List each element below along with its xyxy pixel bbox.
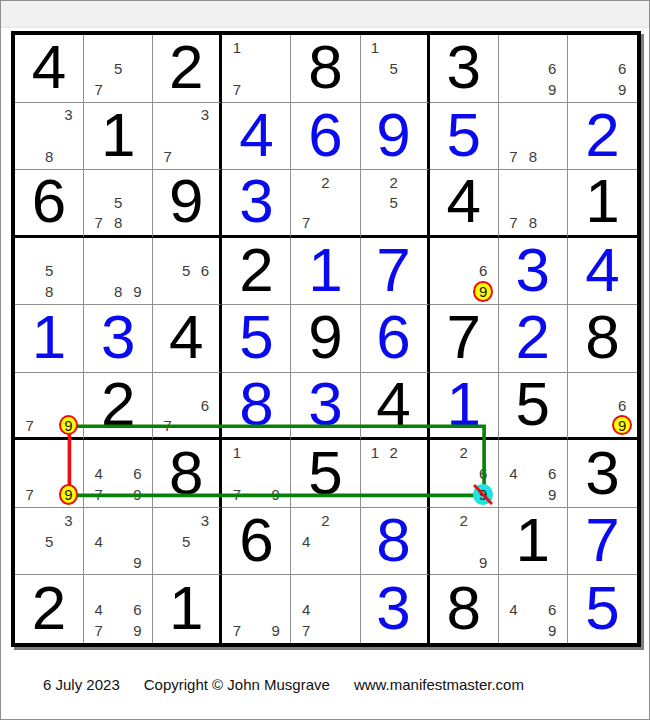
cell-r2c1[interactable]: 38 (15, 103, 84, 171)
candidates-r2c1: 38 (15, 103, 83, 170)
candidate-r7c4-7: 7 (227, 484, 246, 505)
candidate-slot-empty (20, 375, 39, 395)
candidate-slot-empty (108, 599, 127, 620)
cell-r5c4[interactable]: 5 (222, 305, 291, 373)
digit-r5c3: 4 (169, 306, 203, 368)
candidates-r7c7: 269 (430, 440, 498, 507)
cell-r6c7[interactable]: 1 (430, 373, 499, 441)
candidates-r1c9: 69 (568, 35, 637, 102)
cell-r6c5[interactable]: 3 (291, 373, 360, 441)
cell-r2c5[interactable]: 6 (291, 103, 360, 171)
highlight-circle-r6c1: 9 (59, 415, 78, 435)
candidate-slot-empty (196, 415, 215, 435)
candidate-r3c2-7: 7 (89, 212, 108, 232)
candidate-r7c8-6: 6 (543, 463, 562, 484)
candidates-r1c8: 69 (499, 35, 567, 102)
candidates-r4c3: 56 (153, 238, 219, 305)
candidate-slot-empty (158, 281, 177, 302)
cell-r9c2[interactable]: 4679 (84, 575, 153, 643)
candidate-r9c4-9: 9 (266, 620, 285, 641)
digit-r5c4: 5 (239, 306, 273, 368)
cell-r5c6[interactable]: 6 (361, 305, 430, 373)
candidate-slot-empty (177, 395, 196, 415)
candidate-slot-empty (335, 212, 354, 232)
candidates-r1c4: 17 (222, 35, 290, 102)
window-top-strip (1, 1, 649, 28)
cell-r7c9[interactable]: 3 (568, 440, 637, 508)
candidate-r7c4-9: 9 (266, 484, 285, 505)
cell-r9c4[interactable]: 79 (222, 575, 291, 643)
candidate-slot-empty (523, 192, 542, 212)
cell-r6c9[interactable]: 69 (568, 373, 637, 441)
candidate-slot-empty (108, 463, 127, 484)
candidate-slot-empty (335, 192, 354, 212)
candidate-slot-empty (266, 37, 285, 58)
cell-r2c9[interactable]: 2 (568, 103, 637, 171)
cell-r9c7[interactable]: 8 (430, 575, 499, 643)
digit-r5c7: 7 (446, 306, 480, 368)
candidate-r3c8-7: 7 (504, 212, 523, 232)
candidate-slot-empty (177, 146, 196, 167)
candidate-slot-empty (335, 510, 354, 531)
candidate-slot-empty (523, 484, 542, 505)
candidate-slot-empty (335, 531, 354, 552)
candidate-slot-empty (108, 552, 127, 573)
candidate-slot-empty (128, 240, 147, 261)
candidate-slot-empty (39, 395, 58, 415)
candidate-slot-empty (20, 552, 39, 573)
candidates-r9c2: 4679 (84, 575, 152, 643)
candidate-slot-empty (20, 261, 39, 282)
candidate-slot-empty (366, 463, 385, 484)
cell-r4c1[interactable]: 58 (15, 238, 84, 306)
digit-r2c4: 4 (239, 104, 273, 166)
candidate-slot-empty (523, 463, 542, 484)
cell-r8c7[interactable]: 29 (430, 508, 499, 576)
digit-r2c5: 6 (308, 104, 342, 166)
candidate-r7c7-6: 6 (473, 463, 492, 484)
candidate-slot-empty (20, 463, 39, 484)
candidate-slot-empty (177, 240, 196, 261)
candidate-r9c2-4: 4 (89, 599, 108, 620)
cell-r3c6[interactable]: 25 (361, 170, 430, 238)
candidate-slot-empty (128, 510, 147, 531)
cell-r3c1[interactable]: 6 (15, 170, 84, 238)
candidate-r6c9-6: 6 (612, 395, 632, 415)
candidate-slot-empty (504, 577, 523, 598)
candidate-slot-empty (177, 415, 196, 435)
cell-r9c1[interactable]: 2 (15, 575, 84, 643)
candidate-r7c4-1: 1 (227, 442, 246, 463)
cell-r3c5[interactable]: 27 (291, 170, 360, 238)
candidate-slot-empty (128, 172, 147, 192)
candidate-slot-empty (573, 37, 593, 58)
cell-r1c4[interactable]: 17 (222, 35, 291, 103)
candidate-slot-empty (158, 510, 177, 531)
candidate-slot-empty (335, 172, 354, 192)
candidate-r4c1-8: 8 (39, 281, 58, 302)
candidate-r1c8-6: 6 (543, 58, 562, 79)
candidate-slot-empty (435, 261, 454, 282)
cell-r4c9[interactable]: 4 (568, 238, 637, 306)
candidate-r9c8-9: 9 (543, 620, 562, 641)
candidate-r4c3-5: 5 (177, 261, 196, 282)
candidate-slot-empty (108, 510, 127, 531)
digit-r1c5: 8 (308, 36, 342, 98)
candidate-slot-empty (316, 599, 335, 620)
candidate-slot-empty (593, 37, 613, 58)
cell-r8c5[interactable]: 24 (291, 508, 360, 576)
candidate-r3c5-2: 2 (316, 172, 335, 192)
candidate-r9c5-7: 7 (296, 620, 315, 641)
candidate-r8c7-2: 2 (454, 510, 473, 531)
cell-r8c6[interactable]: 8 (361, 508, 430, 576)
candidate-slot-empty (89, 58, 108, 79)
candidate-r3c6-2: 2 (384, 172, 403, 192)
cell-r9c6[interactable]: 3 (361, 575, 430, 643)
digit-r3c1: 6 (32, 170, 66, 232)
cell-r7c1[interactable]: 79 (15, 440, 84, 508)
digit-r8c6: 8 (376, 509, 410, 571)
digit-r1c3: 2 (169, 36, 203, 98)
candidate-r7c2-6: 6 (128, 463, 147, 484)
digit-r3c4: 3 (239, 170, 273, 232)
digit-r3c3: 9 (169, 170, 203, 232)
candidate-slot-empty (435, 510, 454, 531)
candidate-slot-empty (196, 375, 215, 395)
candidate-slot-empty (227, 599, 246, 620)
candidate-slot-empty (366, 192, 385, 212)
candidate-r1c6-5: 5 (384, 58, 403, 79)
cell-r3c4[interactable]: 3 (222, 170, 291, 238)
candidate-slot-empty (523, 599, 542, 620)
candidates-r4c1: 58 (15, 238, 83, 305)
candidate-slot-empty (543, 577, 562, 598)
cell-r3c7[interactable]: 4 (430, 170, 499, 238)
candidate-slot-empty (316, 577, 335, 598)
cell-r2c3[interactable]: 37 (153, 103, 222, 171)
cell-r2c7[interactable]: 5 (430, 103, 499, 171)
cell-r8c1[interactable]: 35 (15, 508, 84, 576)
digit-r3c9: 1 (585, 170, 619, 232)
candidate-slot-empty (454, 531, 473, 552)
candidate-r4c7-6: 6 (473, 261, 492, 282)
candidate-r2c3-7: 7 (158, 146, 177, 167)
cell-r4c8[interactable]: 3 (499, 238, 568, 306)
candidate-slot-empty (247, 620, 266, 641)
cell-r8c9[interactable]: 7 (568, 508, 637, 576)
candidate-r8c7-9: 9 (473, 552, 492, 573)
cell-r5c3[interactable]: 4 (153, 305, 222, 373)
candidate-r4c1-5: 5 (39, 261, 58, 282)
candidate-slot-empty (435, 463, 454, 484)
cell-r4c4[interactable]: 2 (222, 238, 291, 306)
candidate-slot-empty (177, 125, 196, 146)
cell-r6c8[interactable]: 5 (499, 373, 568, 441)
candidate-slot-empty (177, 375, 196, 395)
candidate-slot-empty (435, 442, 454, 463)
digit-r7c9: 3 (585, 442, 619, 504)
candidates-r6c1: 79 (15, 373, 83, 438)
candidates-r4c7: 69 (430, 238, 498, 305)
candidate-slot-empty (504, 172, 523, 192)
candidates-r2c3: 37 (153, 103, 219, 170)
candidate-slot-empty (266, 463, 285, 484)
candidate-r9c4-7: 7 (227, 620, 246, 641)
cell-r6c6[interactable]: 4 (361, 373, 430, 441)
candidate-slot-empty (543, 212, 562, 232)
candidate-slot-empty (89, 192, 108, 212)
candidates-r8c3: 35 (153, 508, 219, 575)
cell-r7c3[interactable]: 8 (153, 440, 222, 508)
candidate-slot-empty (403, 172, 422, 192)
digit-r6c4: 8 (239, 373, 273, 435)
candidate-slot-empty (316, 620, 335, 641)
digit-r6c7: 1 (446, 373, 480, 435)
candidates-r2c8: 78 (499, 103, 567, 170)
digit-r8c9: 7 (585, 509, 619, 571)
candidate-slot-empty (543, 37, 562, 58)
cell-r1c6[interactable]: 15 (361, 35, 430, 103)
cell-r8c2[interactable]: 49 (84, 508, 153, 576)
cell-r5c9[interactable]: 8 (568, 305, 637, 373)
candidate-slot-empty (158, 125, 177, 146)
candidate-slot-empty (612, 37, 632, 58)
digit-r2c2: 1 (101, 104, 135, 166)
candidate-slot-empty (612, 375, 632, 395)
candidate-slot-empty (573, 395, 593, 415)
digit-r4c6: 7 (376, 239, 410, 301)
candidate-slot-empty (177, 552, 196, 573)
candidate-slot-empty (128, 261, 147, 282)
cell-r5c7[interactable]: 7 (430, 305, 499, 373)
cell-r6c4[interactable]: 8 (222, 373, 291, 441)
cell-r5c8[interactable]: 2 (499, 305, 568, 373)
candidate-slot-empty (39, 125, 58, 146)
candidate-slot-empty (20, 510, 39, 531)
candidate-slot-empty (573, 79, 593, 100)
cell-r9c8[interactable]: 469 (499, 575, 568, 643)
cell-r6c3[interactable]: 67 (153, 373, 222, 441)
cell-r6c1[interactable]: 79 (15, 373, 84, 441)
candidate-slot-empty (227, 577, 246, 598)
cell-r8c8[interactable]: 1 (499, 508, 568, 576)
candidate-slot-empty (335, 552, 354, 573)
cell-r1c2[interactable]: 57 (84, 35, 153, 103)
candidate-slot-empty (59, 395, 78, 415)
cell-r3c8[interactable]: 78 (499, 170, 568, 238)
highlight-circle-r4c7: 9 (473, 281, 492, 302)
candidate-r7c6-1: 1 (366, 442, 385, 463)
candidate-r1c4-1: 1 (227, 37, 246, 58)
candidate-slot-empty (454, 281, 473, 302)
candidate-slot-empty (593, 79, 613, 100)
cell-r5c2[interactable]: 3 (84, 305, 153, 373)
candidate-r9c2-9: 9 (128, 620, 147, 641)
candidate-slot-empty (454, 261, 473, 282)
candidates-r3c8: 78 (499, 170, 567, 235)
candidate-slot-empty (403, 442, 422, 463)
candidate-r7c2-9: 9 (128, 484, 147, 505)
candidate-slot-empty (523, 125, 542, 146)
candidate-slot-empty (89, 510, 108, 531)
candidate-slot-empty (523, 105, 542, 126)
candidate-r6c3-6: 6 (196, 395, 215, 415)
candidates-r3c5: 27 (291, 170, 359, 235)
cell-r9c3[interactable]: 1 (153, 575, 222, 643)
candidate-slot-empty (59, 375, 78, 395)
cell-r1c8[interactable]: 69 (499, 35, 568, 103)
candidate-slot-empty (158, 375, 177, 395)
candidate-slot-empty (384, 37, 403, 58)
candidate-slot-empty (366, 484, 385, 505)
candidates-r8c5: 24 (291, 508, 359, 575)
cell-r6c2[interactable]: 2 (84, 373, 153, 441)
cell-r2c4[interactable]: 4 (222, 103, 291, 171)
candidate-slot-empty (108, 620, 127, 641)
candidates-r1c6: 15 (361, 35, 427, 102)
candidate-slot-empty (247, 484, 266, 505)
digit-r2c9: 2 (585, 104, 619, 166)
candidate-slot-empty (20, 442, 39, 463)
candidate-slot-empty (196, 146, 215, 167)
candidate-slot-empty (435, 552, 454, 573)
candidates-r3c6: 25 (361, 170, 427, 235)
candidate-r1c9-9: 9 (612, 79, 632, 100)
candidate-slot-empty (108, 37, 127, 58)
cell-r8c3[interactable]: 35 (153, 508, 222, 576)
cell-r5c1[interactable]: 1 (15, 305, 84, 373)
digit-r9c1: 2 (32, 577, 66, 639)
candidate-slot-empty (108, 484, 127, 505)
candidate-slot-empty (435, 281, 454, 302)
candidate-slot-empty (573, 375, 593, 395)
candidate-r2c8-8: 8 (523, 146, 542, 167)
digit-r7c5: 5 (308, 442, 342, 504)
candidate-slot-empty (435, 531, 454, 552)
candidate-r8c5-4: 4 (296, 531, 315, 552)
candidate-slot-empty (128, 531, 147, 552)
cell-r7c6[interactable]: 12 (361, 440, 430, 508)
candidate-r7c7-2: 2 (454, 442, 473, 463)
candidate-slot-empty (177, 510, 196, 531)
candidates-r8c2: 49 (84, 508, 152, 575)
cell-r1c3[interactable]: 2 (153, 35, 222, 103)
candidate-slot-empty (473, 442, 492, 463)
cell-r4c5[interactable]: 1 (291, 238, 360, 306)
digit-r9c7: 8 (446, 577, 480, 639)
cell-r7c7[interactable]: 269 (430, 440, 499, 508)
candidate-slot-empty (504, 79, 523, 100)
cell-r4c6[interactable]: 7 (361, 238, 430, 306)
candidate-slot-empty (158, 105, 177, 126)
candidate-slot-empty (523, 58, 542, 79)
cell-r7c4[interactable]: 179 (222, 440, 291, 508)
cell-r7c2[interactable]: 4679 (84, 440, 153, 508)
cell-r2c6[interactable]: 9 (361, 103, 430, 171)
cell-r7c8[interactable]: 469 (499, 440, 568, 508)
candidate-slot-empty (523, 37, 542, 58)
digit-r2c6: 9 (376, 104, 410, 166)
candidate-slot-empty (39, 552, 58, 573)
candidate-slot-empty (20, 125, 39, 146)
candidate-slot-empty (573, 415, 593, 435)
cell-r3c9[interactable]: 1 (568, 170, 637, 238)
candidate-slot-empty (266, 599, 285, 620)
cell-r1c1[interactable]: 4 (15, 35, 84, 103)
candidate-slot-empty (177, 105, 196, 126)
candidate-r6c3-7: 7 (158, 415, 177, 435)
cell-r4c7[interactable]: 69 (430, 238, 499, 306)
candidate-slot-empty (473, 240, 492, 261)
cell-r1c5[interactable]: 8 (291, 35, 360, 103)
candidate-r1c9-6: 6 (612, 58, 632, 79)
cell-r2c2[interactable]: 1 (84, 103, 153, 171)
cell-r9c5[interactable]: 47 (291, 575, 360, 643)
cell-r5c5[interactable]: 9 (291, 305, 360, 373)
candidate-slot-empty (39, 375, 58, 395)
candidates-r7c2: 4679 (84, 440, 152, 507)
candidate-slot-empty (20, 395, 39, 415)
candidate-slot-empty (89, 577, 108, 598)
candidate-r3c2-8: 8 (108, 212, 127, 232)
candidate-r9c2-7: 7 (89, 620, 108, 641)
candidate-r1c2-7: 7 (89, 79, 108, 100)
footer-copyright: Copyright © John Musgrave (144, 676, 330, 693)
footer: 6 July 2023Copyright © John Musgravewww.… (43, 676, 524, 693)
candidate-r8c3-5: 5 (177, 531, 196, 552)
candidate-r3c5-7: 7 (296, 212, 315, 232)
footer-site: www.manifestmaster.com (354, 676, 524, 693)
cell-r2c8[interactable]: 78 (499, 103, 568, 171)
candidate-slot-empty (247, 442, 266, 463)
candidates-r7c4: 179 (222, 440, 290, 507)
cell-r1c9[interactable]: 69 (568, 35, 637, 103)
cell-r4c2[interactable]: 89 (84, 238, 153, 306)
candidate-slot-empty (128, 37, 147, 58)
cell-r3c2[interactable]: 578 (84, 170, 153, 238)
candidate-slot-empty (59, 240, 78, 261)
candidate-slot-empty (158, 395, 177, 415)
candidate-slot-empty (504, 484, 523, 505)
candidate-r3c8-8: 8 (523, 212, 542, 232)
candidate-slot-empty (108, 240, 127, 261)
candidate-slot-empty (523, 620, 542, 641)
candidate-slot-empty (454, 463, 473, 484)
candidate-slot-empty (266, 79, 285, 100)
candidate-r4c2-8: 8 (108, 281, 127, 302)
candidate-slot-empty (227, 58, 246, 79)
candidate-slot-empty (316, 531, 335, 552)
candidate-slot-empty (435, 484, 454, 505)
cell-r4c3[interactable]: 56 (153, 238, 222, 306)
cell-r1c7[interactable]: 3 (430, 35, 499, 103)
candidates-r1c2: 57 (84, 35, 152, 102)
cell-r7c5[interactable]: 5 (291, 440, 360, 508)
cell-r3c3[interactable]: 9 (153, 170, 222, 238)
candidate-slot-empty (316, 552, 335, 573)
candidate-slot-empty (454, 240, 473, 261)
candidate-r3c6-5: 5 (384, 192, 403, 212)
digit-r7c3: 8 (169, 442, 203, 504)
candidate-slot-empty (108, 172, 127, 192)
candidate-slot-empty (266, 442, 285, 463)
candidates-r7c8: 469 (499, 440, 567, 507)
candidate-slot-empty (403, 58, 422, 79)
cell-r8c4[interactable]: 6 (222, 508, 291, 576)
cell-r9c9[interactable]: 5 (568, 575, 637, 643)
eliminated-circle-r7c7: 9 (473, 484, 492, 505)
